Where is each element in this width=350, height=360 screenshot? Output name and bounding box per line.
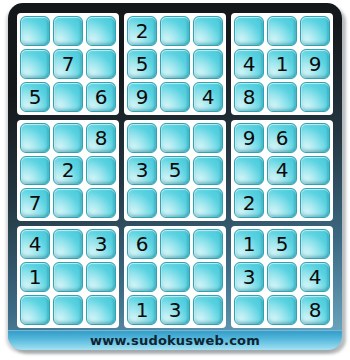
cell-r2c3[interactable] — [86, 49, 116, 79]
cell-r1c8[interactable] — [267, 16, 297, 46]
cell-r3c8[interactable] — [267, 82, 297, 112]
box-5: 35 — [124, 120, 226, 222]
cell-r5c8: 4 — [267, 156, 297, 186]
box-7: 431 — [17, 226, 119, 328]
cell-r5c4: 3 — [127, 156, 157, 186]
cell-r9c4: 1 — [127, 295, 157, 325]
cell-r7c5[interactable] — [160, 229, 190, 259]
cell-r6c2[interactable] — [53, 188, 83, 218]
cell-r9c8[interactable] — [267, 295, 297, 325]
cell-r1c1[interactable] — [20, 16, 50, 46]
cell-r7c2[interactable] — [53, 229, 83, 259]
cell-r2c2: 7 — [53, 49, 83, 79]
cell-r2c7: 4 — [234, 49, 264, 79]
cell-r9c5: 3 — [160, 295, 190, 325]
cell-r6c8[interactable] — [267, 188, 297, 218]
cell-r6c6[interactable] — [193, 188, 223, 218]
cell-r3c1: 5 — [20, 82, 50, 112]
cell-r3c7: 8 — [234, 82, 264, 112]
cell-r8c9: 4 — [300, 262, 330, 292]
cell-r7c3: 3 — [86, 229, 116, 259]
cell-r4c3: 8 — [86, 123, 116, 153]
cell-r3c6: 4 — [193, 82, 223, 112]
cell-r7c4: 6 — [127, 229, 157, 259]
cell-r1c5[interactable] — [160, 16, 190, 46]
cell-r8c3[interactable] — [86, 262, 116, 292]
cell-r5c9[interactable] — [300, 156, 330, 186]
cell-r8c2[interactable] — [53, 262, 83, 292]
cell-r4c4[interactable] — [127, 123, 157, 153]
cell-r1c6[interactable] — [193, 16, 223, 46]
cell-r5c5: 5 — [160, 156, 190, 186]
cell-r1c3[interactable] — [86, 16, 116, 46]
cell-r9c9: 8 — [300, 295, 330, 325]
cell-r7c8: 5 — [267, 229, 297, 259]
cell-r5c7[interactable] — [234, 156, 264, 186]
cell-r4c5[interactable] — [160, 123, 190, 153]
cell-r4c7: 9 — [234, 123, 264, 153]
board-frame: 7562594419882735964243161315348 www.sudo… — [8, 3, 342, 350]
cell-r8c4[interactable] — [127, 262, 157, 292]
cell-r6c9[interactable] — [300, 188, 330, 218]
cell-r4c9[interactable] — [300, 123, 330, 153]
cell-r2c5[interactable] — [160, 49, 190, 79]
cell-r6c7: 2 — [234, 188, 264, 218]
box-2: 2594 — [124, 13, 226, 115]
cell-r1c7[interactable] — [234, 16, 264, 46]
cell-r8c6[interactable] — [193, 262, 223, 292]
cell-r4c1[interactable] — [20, 123, 50, 153]
cell-r9c2[interactable] — [53, 295, 83, 325]
cell-r5c6[interactable] — [193, 156, 223, 186]
cell-r3c3: 6 — [86, 82, 116, 112]
box-6: 9642 — [231, 120, 333, 222]
cell-r4c6[interactable] — [193, 123, 223, 153]
cell-r7c9[interactable] — [300, 229, 330, 259]
cell-r5c3[interactable] — [86, 156, 116, 186]
cell-r6c3[interactable] — [86, 188, 116, 218]
footer-url[interactable]: www.sudokusweb.com — [90, 333, 260, 348]
box-8: 613 — [124, 226, 226, 328]
box-3: 4198 — [231, 13, 333, 115]
cell-r5c1[interactable] — [20, 156, 50, 186]
cell-r2c4: 5 — [127, 49, 157, 79]
cell-r1c4: 2 — [127, 16, 157, 46]
cell-r8c7: 3 — [234, 262, 264, 292]
cell-r2c6[interactable] — [193, 49, 223, 79]
cell-r8c1: 1 — [20, 262, 50, 292]
cell-r5c2: 2 — [53, 156, 83, 186]
cell-r2c9: 9 — [300, 49, 330, 79]
box-4: 827 — [17, 120, 119, 222]
cell-r9c7[interactable] — [234, 295, 264, 325]
cell-r8c8[interactable] — [267, 262, 297, 292]
cell-r7c6[interactable] — [193, 229, 223, 259]
cell-r3c5[interactable] — [160, 82, 190, 112]
cell-r1c2[interactable] — [53, 16, 83, 46]
cell-r3c4: 9 — [127, 82, 157, 112]
cell-r7c1: 4 — [20, 229, 50, 259]
cell-r9c6[interactable] — [193, 295, 223, 325]
cell-r4c2[interactable] — [53, 123, 83, 153]
cell-r1c9[interactable] — [300, 16, 330, 46]
box-1: 756 — [17, 13, 119, 115]
cell-r3c9[interactable] — [300, 82, 330, 112]
cell-r6c4[interactable] — [127, 188, 157, 218]
cell-r2c1[interactable] — [20, 49, 50, 79]
cell-r3c2[interactable] — [53, 82, 83, 112]
sudoku-grid: 7562594419882735964243161315348 — [17, 13, 333, 328]
cell-r6c1: 7 — [20, 188, 50, 218]
cell-r2c8: 1 — [267, 49, 297, 79]
cell-r9c1[interactable] — [20, 295, 50, 325]
box-9: 15348 — [231, 226, 333, 328]
footer-bar: www.sudokusweb.com — [8, 330, 342, 350]
cell-r9c3[interactable] — [86, 295, 116, 325]
cell-r7c7: 1 — [234, 229, 264, 259]
cell-r8c5[interactable] — [160, 262, 190, 292]
cell-r4c8: 6 — [267, 123, 297, 153]
cell-r6c5[interactable] — [160, 188, 190, 218]
